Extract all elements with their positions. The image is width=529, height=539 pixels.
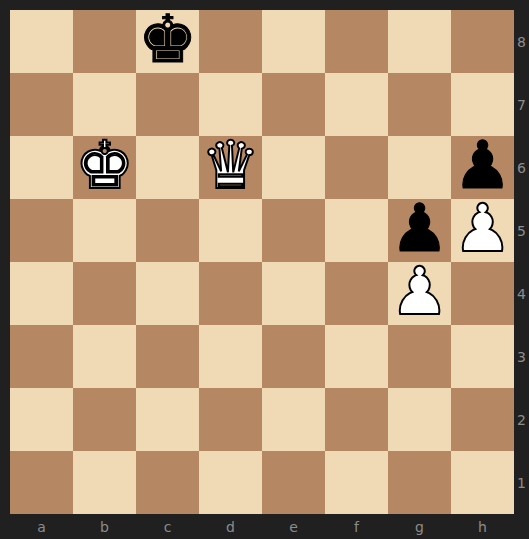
square-c4[interactable] (136, 262, 199, 325)
square-c5[interactable] (136, 199, 199, 262)
square-a1[interactable] (10, 451, 73, 514)
square-f5[interactable] (325, 199, 388, 262)
rank-label-2: 2 (514, 388, 529, 451)
square-b4[interactable] (73, 262, 136, 325)
square-h8[interactable] (451, 10, 514, 73)
square-h5[interactable]: ♟ (451, 199, 514, 262)
square-c3[interactable] (136, 325, 199, 388)
square-a2[interactable] (10, 388, 73, 451)
file-label-d: d (199, 514, 262, 539)
square-a5[interactable] (10, 199, 73, 262)
chess-app: ♚♚♛♟♟♟♟ abcdefgh 87654321 (0, 0, 529, 539)
square-g7[interactable] (388, 73, 451, 136)
square-f2[interactable] (325, 388, 388, 451)
square-g2[interactable] (388, 388, 451, 451)
square-e5[interactable] (262, 199, 325, 262)
square-h3[interactable] (451, 325, 514, 388)
rank-label-8: 8 (514, 10, 529, 73)
rank-label-3: 3 (514, 325, 529, 388)
square-a8[interactable] (10, 10, 73, 73)
square-c6[interactable] (136, 136, 199, 199)
square-d4[interactable] (199, 262, 262, 325)
square-f6[interactable] (325, 136, 388, 199)
square-e8[interactable] (262, 10, 325, 73)
square-e1[interactable] (262, 451, 325, 514)
rank-label-1: 1 (514, 451, 529, 514)
square-g4[interactable]: ♟ (388, 262, 451, 325)
square-b1[interactable] (73, 451, 136, 514)
square-e4[interactable] (262, 262, 325, 325)
square-h4[interactable] (451, 262, 514, 325)
square-c7[interactable] (136, 73, 199, 136)
rank-label-4: 4 (514, 262, 529, 325)
file-label-e: e (262, 514, 325, 539)
square-d8[interactable] (199, 10, 262, 73)
square-b5[interactable] (73, 199, 136, 262)
square-e6[interactable] (262, 136, 325, 199)
chess-board: ♚♚♛♟♟♟♟ (10, 10, 514, 514)
square-e2[interactable] (262, 388, 325, 451)
square-g3[interactable] (388, 325, 451, 388)
square-g8[interactable] (388, 10, 451, 73)
square-a3[interactable] (10, 325, 73, 388)
square-e3[interactable] (262, 325, 325, 388)
file-label-g: g (388, 514, 451, 539)
square-c8[interactable]: ♚ (136, 10, 199, 73)
square-c2[interactable] (136, 388, 199, 451)
square-g1[interactable] (388, 451, 451, 514)
square-d1[interactable] (199, 451, 262, 514)
rank-labels: 87654321 (514, 10, 529, 514)
square-f4[interactable] (325, 262, 388, 325)
file-label-c: c (136, 514, 199, 539)
square-c1[interactable] (136, 451, 199, 514)
white-pawn[interactable]: ♟ (453, 197, 512, 260)
square-d6[interactable]: ♛ (199, 136, 262, 199)
square-h2[interactable] (451, 388, 514, 451)
square-a4[interactable] (10, 262, 73, 325)
square-b2[interactable] (73, 388, 136, 451)
square-f7[interactable] (325, 73, 388, 136)
square-a6[interactable] (10, 136, 73, 199)
square-d3[interactable] (199, 325, 262, 388)
file-label-a: a (10, 514, 73, 539)
square-h1[interactable] (451, 451, 514, 514)
square-d2[interactable] (199, 388, 262, 451)
square-d5[interactable] (199, 199, 262, 262)
rank-label-6: 6 (514, 136, 529, 199)
square-e7[interactable] (262, 73, 325, 136)
black-king[interactable]: ♚ (138, 8, 197, 71)
square-b6[interactable]: ♚ (73, 136, 136, 199)
white-pawn[interactable]: ♟ (390, 260, 449, 323)
square-b8[interactable] (73, 10, 136, 73)
file-label-b: b (73, 514, 136, 539)
file-label-f: f (325, 514, 388, 539)
white-king[interactable]: ♚ (75, 134, 134, 197)
rank-label-7: 7 (514, 73, 529, 136)
square-b3[interactable] (73, 325, 136, 388)
white-queen[interactable]: ♛ (201, 134, 260, 197)
square-a7[interactable] (10, 73, 73, 136)
file-label-h: h (451, 514, 514, 539)
rank-label-5: 5 (514, 199, 529, 262)
black-pawn[interactable]: ♟ (390, 197, 449, 260)
square-f3[interactable] (325, 325, 388, 388)
file-labels: abcdefgh (10, 514, 514, 539)
square-f1[interactable] (325, 451, 388, 514)
square-f8[interactable] (325, 10, 388, 73)
black-pawn[interactable]: ♟ (453, 134, 512, 197)
